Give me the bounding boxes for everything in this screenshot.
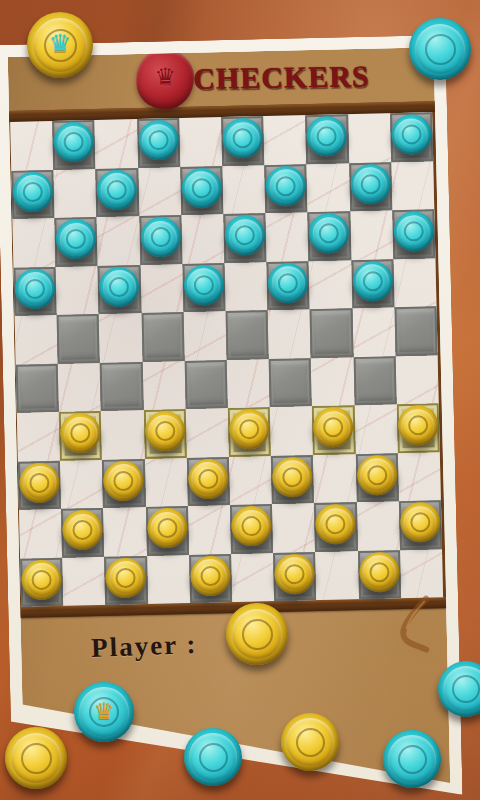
app-title: CHECKERS	[193, 59, 414, 96]
square-r3c3[interactable]	[97, 216, 140, 265]
piece-yellow[interactable]	[106, 557, 147, 598]
piece-yellow[interactable]	[60, 413, 101, 454]
square-r5c3[interactable]	[99, 313, 142, 362]
piece-yellow[interactable]	[315, 504, 356, 545]
square-r6c1[interactable]	[16, 363, 59, 412]
square-r7c2[interactable]	[59, 411, 102, 460]
piece-cyan[interactable]	[222, 118, 263, 159]
square-r4c10[interactable]	[393, 258, 436, 307]
piece-yellow[interactable]	[274, 553, 315, 594]
decor-piece-cyan-bottom-right	[383, 730, 441, 788]
square-r2c8[interactable]	[307, 163, 350, 212]
square-r4c7[interactable]	[267, 261, 310, 310]
square-r7c5[interactable]	[186, 408, 229, 457]
piece-cyan[interactable]	[99, 266, 140, 307]
square-r2c6[interactable]	[222, 165, 265, 214]
square-r9c2[interactable]	[61, 508, 104, 557]
square-r8c8[interactable]	[313, 454, 356, 503]
piece-yellow[interactable]	[229, 409, 270, 450]
square-r9c5[interactable]	[188, 505, 231, 554]
wood-mark-decoration	[382, 592, 440, 663]
square-r9c8[interactable]	[314, 502, 357, 551]
square-r1c10[interactable]	[390, 112, 433, 161]
square-r2c9[interactable]	[349, 162, 392, 211]
piece-yellow[interactable]	[62, 510, 103, 551]
square-r8c5[interactable]	[187, 457, 230, 506]
square-r10c6[interactable]	[231, 553, 274, 602]
app-screen: ♛ CHECKERS Player : ♛♛	[0, 0, 480, 800]
piece-yellow[interactable]	[357, 455, 398, 496]
piece-yellow[interactable]	[359, 552, 400, 593]
square-r4c3[interactable]	[98, 264, 141, 313]
square-r1c2[interactable]	[52, 120, 95, 169]
square-r1c4[interactable]	[137, 118, 180, 167]
square-r6c8[interactable]	[311, 357, 354, 406]
square-r3c5[interactable]	[181, 214, 224, 263]
square-r3c4[interactable]	[139, 215, 182, 264]
square-r1c9[interactable]	[348, 113, 391, 162]
player-label: Player :	[91, 629, 198, 664]
square-r8c9[interactable]	[355, 453, 398, 502]
piece-yellow[interactable]	[19, 462, 60, 503]
square-r6c4[interactable]	[142, 360, 185, 409]
square-r9c6[interactable]	[230, 504, 273, 553]
piece-cyan[interactable]	[309, 213, 350, 254]
piece-yellow[interactable]	[188, 458, 229, 499]
square-r2c5[interactable]	[180, 166, 223, 215]
square-r6c10[interactable]	[395, 355, 438, 404]
square-r2c4[interactable]	[138, 167, 181, 216]
square-r5c10[interactable]	[394, 306, 437, 355]
board-frame	[6, 112, 449, 607]
square-r7c6[interactable]	[228, 407, 271, 456]
square-r4c6[interactable]	[224, 262, 267, 311]
square-r5c2[interactable]	[57, 314, 100, 363]
square-r6c9[interactable]	[353, 356, 396, 405]
turn-indicator-piece	[226, 603, 288, 665]
square-r7c7[interactable]	[270, 406, 313, 455]
piece-cyan[interactable]	[181, 167, 222, 208]
piece-yellow[interactable]	[272, 456, 313, 497]
piece-cyan[interactable]	[56, 219, 97, 260]
piece-yellow[interactable]	[313, 407, 354, 448]
piece-cyan[interactable]	[307, 116, 348, 157]
square-r9c3[interactable]	[103, 507, 146, 556]
square-r4c9[interactable]	[351, 259, 394, 308]
square-r1c5[interactable]	[179, 117, 222, 166]
square-r2c10[interactable]	[391, 161, 434, 210]
piece-cyan[interactable]	[393, 211, 434, 252]
square-r3c9[interactable]	[350, 210, 393, 259]
square-r5c9[interactable]	[352, 307, 395, 356]
square-r6c2[interactable]	[58, 362, 101, 411]
piece-cyan[interactable]	[352, 261, 393, 302]
square-r10c9[interactable]	[358, 550, 401, 599]
square-r8c7[interactable]	[271, 455, 314, 504]
square-r3c2[interactable]	[55, 217, 98, 266]
piece-cyan[interactable]	[15, 268, 56, 309]
square-r2c1[interactable]	[11, 169, 54, 218]
square-r9c10[interactable]	[399, 500, 442, 549]
square-r10c3[interactable]	[104, 555, 147, 604]
square-r9c4[interactable]	[146, 506, 189, 555]
square-r9c7[interactable]	[272, 503, 315, 552]
square-r10c5[interactable]	[189, 553, 232, 602]
square-r5c1[interactable]	[15, 315, 58, 364]
decor-piece-gold-bottom-left	[5, 727, 67, 789]
seal-crown-glyph: ♛	[136, 63, 195, 92]
square-r7c1[interactable]	[17, 412, 60, 461]
square-r1c1[interactable]	[10, 121, 53, 170]
piece-yellow[interactable]	[398, 405, 439, 446]
piece-cyan[interactable]	[97, 169, 138, 210]
square-r6c5[interactable]	[184, 360, 227, 409]
square-r4c8[interactable]	[309, 260, 352, 309]
square-r5c5[interactable]	[183, 311, 226, 360]
piece-cyan[interactable]	[224, 215, 265, 256]
square-r7c3[interactable]	[101, 410, 144, 459]
square-r5c4[interactable]	[141, 312, 184, 361]
square-r2c3[interactable]	[96, 168, 139, 217]
square-r3c8[interactable]	[308, 211, 351, 260]
paper-surface: ♛ CHECKERS Player :	[8, 47, 451, 792]
square-r10c4[interactable]	[147, 554, 190, 603]
piece-yellow[interactable]	[147, 508, 188, 549]
piece-yellow[interactable]	[190, 555, 231, 596]
square-r3c10[interactable]	[392, 209, 435, 258]
square-r2c7[interactable]	[264, 164, 307, 213]
piece-cyan[interactable]	[183, 264, 224, 305]
square-r4c1[interactable]	[13, 266, 56, 315]
decor-piece-gold-bottom-mid	[281, 713, 339, 771]
decor-piece-cyan-bottom-mid	[184, 728, 242, 786]
square-r7c10[interactable]	[396, 403, 439, 452]
decor-piece-gold-king-top-left: ♛	[27, 12, 93, 78]
square-r8c4[interactable]	[144, 457, 187, 506]
crown-icon: ♛	[74, 698, 134, 724]
piece-yellow[interactable]	[103, 460, 144, 501]
square-r1c6[interactable]	[221, 116, 264, 165]
square-r3c7[interactable]	[266, 212, 309, 261]
piece-cyan[interactable]	[268, 263, 309, 304]
square-r10c8[interactable]	[315, 551, 358, 600]
piece-cyan[interactable]	[391, 114, 432, 155]
wax-seal-icon: ♛	[136, 49, 195, 110]
square-r7c8[interactable]	[312, 405, 355, 454]
square-r1c7[interactable]	[263, 115, 306, 164]
square-r4c4[interactable]	[140, 264, 183, 313]
piece-cyan[interactable]	[266, 166, 307, 207]
piece-cyan[interactable]	[140, 217, 181, 258]
square-r7c9[interactable]	[354, 404, 397, 453]
square-r8c6[interactable]	[229, 456, 272, 505]
square-r2c2[interactable]	[53, 168, 96, 217]
square-r6c3[interactable]	[100, 361, 143, 410]
square-r5c8[interactable]	[310, 308, 353, 357]
square-r4c2[interactable]	[56, 265, 99, 314]
square-r9c9[interactable]	[356, 501, 399, 550]
square-r1c8[interactable]	[305, 114, 348, 163]
square-r9c1[interactable]	[19, 509, 62, 558]
square-r4c5[interactable]	[182, 263, 225, 312]
square-r10c1[interactable]	[20, 557, 63, 606]
square-r3c6[interactable]	[223, 213, 266, 262]
square-r5c6[interactable]	[226, 310, 269, 359]
crown-icon: ♛	[27, 29, 93, 58]
square-r5c7[interactable]	[268, 309, 311, 358]
square-r10c7[interactable]	[273, 552, 316, 601]
piece-yellow[interactable]	[144, 411, 185, 452]
square-r6c7[interactable]	[269, 358, 312, 407]
checkers-board	[10, 112, 443, 606]
square-r8c2[interactable]	[60, 459, 103, 508]
square-r10c2[interactable]	[62, 556, 105, 605]
piece-cyan[interactable]	[53, 122, 94, 163]
square-r8c1[interactable]	[18, 460, 61, 509]
piece-yellow[interactable]	[400, 502, 441, 543]
decor-piece-cyan-top-right	[409, 18, 471, 80]
piece-cyan[interactable]	[350, 164, 391, 205]
square-r8c3[interactable]	[102, 458, 145, 507]
piece-cyan[interactable]	[12, 171, 53, 212]
square-r1c3[interactable]	[95, 119, 138, 168]
decor-piece-cyan-king-bottom: ♛	[74, 682, 134, 742]
square-r7c4[interactable]	[143, 409, 186, 458]
square-r6c6[interactable]	[227, 359, 270, 408]
game-paper: ♛ CHECKERS Player :	[0, 35, 463, 800]
piece-yellow[interactable]	[21, 559, 62, 600]
piece-cyan[interactable]	[138, 120, 179, 161]
square-r8c10[interactable]	[398, 452, 441, 501]
square-r10c10[interactable]	[400, 549, 443, 598]
square-r3c1[interactable]	[12, 218, 55, 267]
piece-yellow[interactable]	[231, 506, 272, 547]
